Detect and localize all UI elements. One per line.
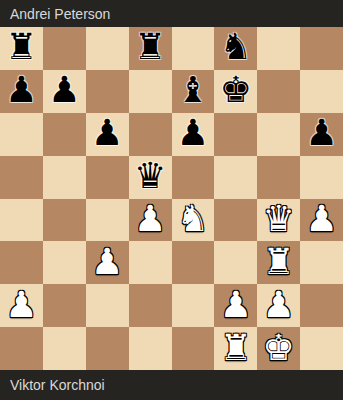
square-f5[interactable] bbox=[214, 156, 257, 199]
square-b3[interactable] bbox=[43, 241, 86, 284]
square-c4[interactable] bbox=[86, 199, 129, 242]
square-a5[interactable] bbox=[0, 156, 43, 199]
square-g8[interactable] bbox=[257, 27, 300, 70]
square-a6[interactable] bbox=[0, 113, 43, 156]
square-c5[interactable] bbox=[86, 156, 129, 199]
square-b8[interactable] bbox=[43, 27, 86, 70]
square-a4[interactable] bbox=[0, 199, 43, 242]
square-f3[interactable] bbox=[214, 241, 257, 284]
white-pawn[interactable]: ♟ bbox=[305, 201, 337, 237]
square-d3[interactable] bbox=[129, 241, 172, 284]
white-rook[interactable]: ♜ bbox=[263, 244, 295, 280]
square-a3[interactable] bbox=[0, 241, 43, 284]
square-e7[interactable]: ♝ bbox=[172, 70, 215, 113]
black-knight[interactable]: ♞ bbox=[220, 29, 252, 65]
square-e1[interactable] bbox=[172, 327, 215, 370]
square-c1[interactable] bbox=[86, 327, 129, 370]
square-g3[interactable]: ♜ bbox=[257, 241, 300, 284]
square-f2[interactable]: ♟ bbox=[214, 284, 257, 327]
square-e5[interactable] bbox=[172, 156, 215, 199]
square-h5[interactable] bbox=[300, 156, 343, 199]
square-d2[interactable] bbox=[129, 284, 172, 327]
square-b6[interactable] bbox=[43, 113, 86, 156]
square-e6[interactable]: ♟ bbox=[172, 113, 215, 156]
square-f7[interactable]: ♚ bbox=[214, 70, 257, 113]
square-d8[interactable]: ♜ bbox=[129, 27, 172, 70]
white-pawn[interactable]: ♟ bbox=[5, 287, 37, 323]
square-h4[interactable]: ♟ bbox=[300, 199, 343, 242]
square-h1[interactable] bbox=[300, 327, 343, 370]
square-e4[interactable]: ♞ bbox=[172, 199, 215, 242]
top-player-bar: Andrei Peterson bbox=[0, 0, 343, 27]
square-c8[interactable] bbox=[86, 27, 129, 70]
square-a1[interactable] bbox=[0, 327, 43, 370]
black-pawn[interactable]: ♟ bbox=[305, 115, 337, 151]
square-h6[interactable]: ♟ bbox=[300, 113, 343, 156]
square-b7[interactable]: ♟ bbox=[43, 70, 86, 113]
square-b1[interactable] bbox=[43, 327, 86, 370]
square-h8[interactable] bbox=[300, 27, 343, 70]
white-pawn[interactable]: ♟ bbox=[134, 201, 166, 237]
white-pawn[interactable]: ♟ bbox=[91, 244, 123, 280]
white-pawn[interactable]: ♟ bbox=[263, 287, 295, 323]
square-b2[interactable] bbox=[43, 284, 86, 327]
square-d4[interactable]: ♟ bbox=[129, 199, 172, 242]
square-c6[interactable]: ♟ bbox=[86, 113, 129, 156]
square-g2[interactable]: ♟ bbox=[257, 284, 300, 327]
square-d1[interactable] bbox=[129, 327, 172, 370]
square-b4[interactable] bbox=[43, 199, 86, 242]
white-rook[interactable]: ♜ bbox=[220, 330, 252, 366]
white-knight[interactable]: ♞ bbox=[177, 201, 209, 237]
square-d5[interactable]: ♛ bbox=[129, 156, 172, 199]
square-g5[interactable] bbox=[257, 156, 300, 199]
square-e3[interactable] bbox=[172, 241, 215, 284]
square-a2[interactable]: ♟ bbox=[0, 284, 43, 327]
square-a7[interactable]: ♟ bbox=[0, 70, 43, 113]
white-king[interactable]: ♚ bbox=[263, 330, 295, 366]
black-queen[interactable]: ♛ bbox=[134, 158, 166, 194]
top-player-name: Andrei Peterson bbox=[10, 6, 110, 22]
black-rook[interactable]: ♜ bbox=[5, 29, 37, 65]
square-g4[interactable]: ♛ bbox=[257, 199, 300, 242]
black-bishop[interactable]: ♝ bbox=[177, 72, 209, 108]
square-d6[interactable] bbox=[129, 113, 172, 156]
square-h2[interactable] bbox=[300, 284, 343, 327]
square-f1[interactable]: ♜ bbox=[214, 327, 257, 370]
square-c3[interactable]: ♟ bbox=[86, 241, 129, 284]
square-g1[interactable]: ♚ bbox=[257, 327, 300, 370]
square-g6[interactable] bbox=[257, 113, 300, 156]
white-queen[interactable]: ♛ bbox=[263, 201, 295, 237]
square-a8[interactable]: ♜ bbox=[0, 27, 43, 70]
square-h7[interactable] bbox=[300, 70, 343, 113]
square-b5[interactable] bbox=[43, 156, 86, 199]
square-f4[interactable] bbox=[214, 199, 257, 242]
black-king[interactable]: ♚ bbox=[220, 72, 252, 108]
black-pawn[interactable]: ♟ bbox=[91, 115, 123, 151]
square-d7[interactable] bbox=[129, 70, 172, 113]
square-e8[interactable] bbox=[172, 27, 215, 70]
chess-board: ♜♜♞♟♟♝♚♟♟♟♛♟♞♛♟♟♜♟♟♟♜♚ bbox=[0, 27, 343, 370]
black-rook[interactable]: ♜ bbox=[134, 29, 166, 65]
black-pawn[interactable]: ♟ bbox=[48, 72, 80, 108]
bottom-player-name: Viktor Korchnoi bbox=[10, 377, 105, 393]
square-c2[interactable] bbox=[86, 284, 129, 327]
square-e2[interactable] bbox=[172, 284, 215, 327]
bottom-player-bar: Viktor Korchnoi bbox=[0, 370, 343, 400]
black-pawn[interactable]: ♟ bbox=[177, 115, 209, 151]
square-g7[interactable] bbox=[257, 70, 300, 113]
square-f8[interactable]: ♞ bbox=[214, 27, 257, 70]
black-pawn[interactable]: ♟ bbox=[5, 72, 37, 108]
square-h3[interactable] bbox=[300, 241, 343, 284]
square-f6[interactable] bbox=[214, 113, 257, 156]
square-c7[interactable] bbox=[86, 70, 129, 113]
white-pawn[interactable]: ♟ bbox=[220, 287, 252, 323]
